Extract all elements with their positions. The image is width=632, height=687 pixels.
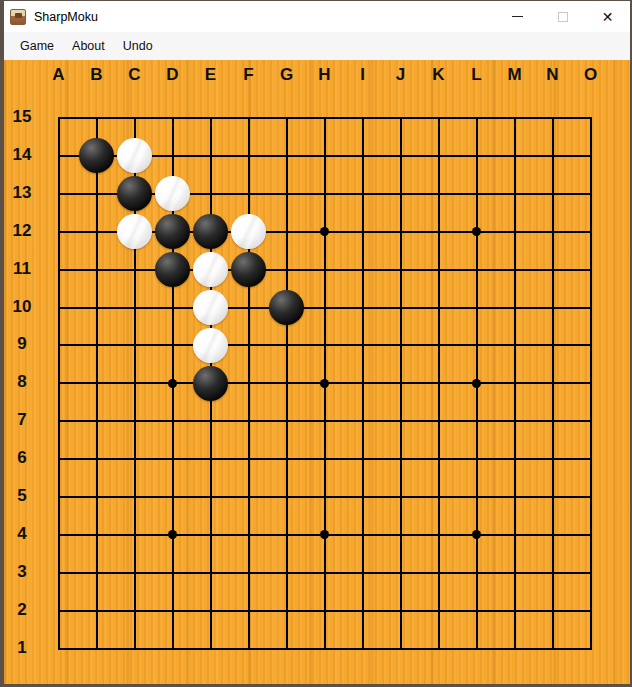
- white-stone-F12: [231, 214, 266, 249]
- intersection-F7[interactable]: [232, 404, 266, 438]
- intersection-E1[interactable]: [194, 632, 228, 666]
- col-label-L: L: [462, 64, 492, 86]
- intersection-G5[interactable]: [270, 480, 304, 514]
- intersection-K1[interactable]: [422, 632, 456, 666]
- intersection-H11[interactable]: [308, 253, 342, 287]
- intersection-B3[interactable]: [80, 556, 114, 590]
- intersection-C1[interactable]: [118, 632, 152, 666]
- intersection-H4[interactable]: [308, 518, 342, 552]
- intersection-G8[interactable]: [270, 366, 304, 400]
- intersection-C11[interactable]: [118, 253, 152, 287]
- intersection-H8[interactable]: [308, 366, 342, 400]
- intersection-N2[interactable]: [536, 594, 570, 628]
- intersection-O9[interactable]: [574, 328, 608, 362]
- intersection-O6[interactable]: [574, 442, 608, 476]
- intersection-E7[interactable]: [194, 404, 228, 438]
- window-title: SharpMoku: [34, 10, 98, 24]
- intersection-G1[interactable]: [270, 632, 304, 666]
- intersection-H10[interactable]: [308, 291, 342, 325]
- intersection-I9[interactable]: [346, 328, 380, 362]
- intersection-N3[interactable]: [536, 556, 570, 590]
- intersection-A3[interactable]: [42, 556, 76, 590]
- minimize-icon: [512, 16, 523, 17]
- row-label-2: 2: [6, 596, 38, 624]
- intersection-D5[interactable]: [156, 480, 190, 514]
- intersection-D1[interactable]: [156, 632, 190, 666]
- row-label-7: 7: [6, 406, 38, 434]
- intersection-N11[interactable]: [536, 253, 570, 287]
- intersection-J12[interactable]: [384, 215, 418, 249]
- col-label-E: E: [196, 64, 226, 86]
- intersection-M2[interactable]: [498, 594, 532, 628]
- intersection-H3[interactable]: [308, 556, 342, 590]
- intersection-K13[interactable]: [422, 177, 456, 211]
- intersection-G14[interactable]: [270, 139, 304, 173]
- black-stone-G10: [269, 290, 304, 325]
- intersection-D14[interactable]: [156, 139, 190, 173]
- intersection-E3[interactable]: [194, 556, 228, 590]
- intersection-D8[interactable]: [156, 366, 190, 400]
- row-label-3: 3: [6, 558, 38, 586]
- intersection-B5[interactable]: [80, 480, 114, 514]
- row-label-11: 11: [6, 255, 38, 283]
- intersection-O11[interactable]: [574, 253, 608, 287]
- black-stone-F11: [231, 252, 266, 287]
- intersection-E14[interactable]: [194, 139, 228, 173]
- intersection-G13[interactable]: [270, 177, 304, 211]
- intersection-D7[interactable]: [156, 404, 190, 438]
- intersection-H7[interactable]: [308, 404, 342, 438]
- menu-item-about[interactable]: About: [63, 34, 114, 58]
- intersection-D4[interactable]: [156, 518, 190, 552]
- intersection-J3[interactable]: [384, 556, 418, 590]
- maximize-button[interactable]: [540, 1, 585, 32]
- intersection-H12[interactable]: [308, 215, 342, 249]
- intersection-C15[interactable]: [118, 101, 152, 135]
- intersection-A9[interactable]: [42, 328, 76, 362]
- intersection-G15[interactable]: [270, 101, 304, 135]
- row-label-5: 5: [6, 482, 38, 510]
- col-label-C: C: [120, 64, 150, 86]
- intersection-N8[interactable]: [536, 366, 570, 400]
- col-label-A: A: [44, 64, 74, 86]
- intersection-D9[interactable]: [156, 328, 190, 362]
- col-label-G: G: [272, 64, 302, 86]
- white-stone-C12: [117, 214, 152, 249]
- intersection-F15[interactable]: [232, 101, 266, 135]
- intersection-E2[interactable]: [194, 594, 228, 628]
- intersection-N14[interactable]: [536, 139, 570, 173]
- intersection-I1[interactable]: [346, 632, 380, 666]
- intersection-F6[interactable]: [232, 442, 266, 476]
- intersection-C9[interactable]: [118, 328, 152, 362]
- intersection-B4[interactable]: [80, 518, 114, 552]
- intersection-M10[interactable]: [498, 291, 532, 325]
- row-label-15: 15: [6, 103, 38, 131]
- app-window: SharpMoku ✕ Game About Undo ABCDEFGHIJKL…: [0, 0, 632, 687]
- title-bar: SharpMoku ✕: [4, 1, 630, 32]
- intersection-J8[interactable]: [384, 366, 418, 400]
- intersection-M9[interactable]: [498, 328, 532, 362]
- intersection-O2[interactable]: [574, 594, 608, 628]
- intersection-N15[interactable]: [536, 101, 570, 135]
- intersection-N9[interactable]: [536, 328, 570, 362]
- intersection-I2[interactable]: [346, 594, 380, 628]
- intersection-A7[interactable]: [42, 404, 76, 438]
- col-label-D: D: [158, 64, 188, 86]
- intersection-N4[interactable]: [536, 518, 570, 552]
- intersection-L1[interactable]: [460, 632, 494, 666]
- close-button[interactable]: ✕: [585, 1, 630, 32]
- intersection-J5[interactable]: [384, 480, 418, 514]
- intersection-H1[interactable]: [308, 632, 342, 666]
- intersection-H9[interactable]: [308, 328, 342, 362]
- intersection-J14[interactable]: [384, 139, 418, 173]
- intersection-A4[interactable]: [42, 518, 76, 552]
- intersection-C8[interactable]: [118, 366, 152, 400]
- intersection-K11[interactable]: [422, 253, 456, 287]
- intersection-C3[interactable]: [118, 556, 152, 590]
- menu-item-undo[interactable]: Undo: [114, 34, 162, 58]
- intersection-G3[interactable]: [270, 556, 304, 590]
- intersection-B9[interactable]: [80, 328, 114, 362]
- intersection-M11[interactable]: [498, 253, 532, 287]
- minimize-button[interactable]: [495, 1, 540, 32]
- row-label-1: 1: [6, 634, 38, 662]
- intersection-H15[interactable]: [308, 101, 342, 135]
- intersection-J13[interactable]: [384, 177, 418, 211]
- row-label-8: 8: [6, 368, 38, 396]
- intersection-I3[interactable]: [346, 556, 380, 590]
- intersection-O3[interactable]: [574, 556, 608, 590]
- intersection-N13[interactable]: [536, 177, 570, 211]
- row-label-12: 12: [6, 217, 38, 245]
- intersection-O13[interactable]: [574, 177, 608, 211]
- col-label-J: J: [386, 64, 416, 86]
- intersection-C7[interactable]: [118, 404, 152, 438]
- intersection-M4[interactable]: [498, 518, 532, 552]
- intersection-M12[interactable]: [498, 215, 532, 249]
- intersection-L10[interactable]: [460, 291, 494, 325]
- intersection-I12[interactable]: [346, 215, 380, 249]
- intersection-A11[interactable]: [42, 253, 76, 287]
- intersection-F13[interactable]: [232, 177, 266, 211]
- intersection-O12[interactable]: [574, 215, 608, 249]
- app-icon: [10, 9, 26, 25]
- intersection-L15[interactable]: [460, 101, 494, 135]
- intersection-O7[interactable]: [574, 404, 608, 438]
- col-label-I: I: [348, 64, 378, 86]
- intersection-I11[interactable]: [346, 253, 380, 287]
- intersection-M3[interactable]: [498, 556, 532, 590]
- intersection-E5[interactable]: [194, 480, 228, 514]
- intersection-F14[interactable]: [232, 139, 266, 173]
- intersection-O1[interactable]: [574, 632, 608, 666]
- intersection-N10[interactable]: [536, 291, 570, 325]
- intersection-L8[interactable]: [460, 366, 494, 400]
- intersection-I13[interactable]: [346, 177, 380, 211]
- intersection-G11[interactable]: [270, 253, 304, 287]
- intersection-A14[interactable]: [42, 139, 76, 173]
- intersection-B1[interactable]: [80, 632, 114, 666]
- intersection-H6[interactable]: [308, 442, 342, 476]
- intersection-I15[interactable]: [346, 101, 380, 135]
- intersection-E15[interactable]: [194, 101, 228, 135]
- intersection-L4[interactable]: [460, 518, 494, 552]
- menu-item-game[interactable]: Game: [11, 34, 63, 58]
- intersection-K6[interactable]: [422, 442, 456, 476]
- intersection-K12[interactable]: [422, 215, 456, 249]
- intersection-B6[interactable]: [80, 442, 114, 476]
- col-label-M: M: [500, 64, 530, 86]
- intersection-L13[interactable]: [460, 177, 494, 211]
- intersection-A15[interactable]: [42, 101, 76, 135]
- row-label-4: 4: [6, 520, 38, 548]
- col-label-F: F: [234, 64, 264, 86]
- gomoku-board[interactable]: ABCDEFGHIJKLMNO151413121110987654321: [4, 60, 630, 687]
- intersection-N1[interactable]: [536, 632, 570, 666]
- intersection-O5[interactable]: [574, 480, 608, 514]
- intersection-K5[interactable]: [422, 480, 456, 514]
- intersection-N6[interactable]: [536, 442, 570, 476]
- intersection-B13[interactable]: [80, 177, 114, 211]
- intersection-K3[interactable]: [422, 556, 456, 590]
- intersection-F1[interactable]: [232, 632, 266, 666]
- intersection-F3[interactable]: [232, 556, 266, 590]
- intersection-L2[interactable]: [460, 594, 494, 628]
- black-stone-D12: [155, 214, 190, 249]
- row-label-9: 9: [6, 330, 38, 358]
- row-label-6: 6: [6, 444, 38, 472]
- intersection-M1[interactable]: [498, 632, 532, 666]
- intersection-N12[interactable]: [536, 215, 570, 249]
- intersection-I5[interactable]: [346, 480, 380, 514]
- intersection-L12[interactable]: [460, 215, 494, 249]
- intersection-M8[interactable]: [498, 366, 532, 400]
- intersection-J15[interactable]: [384, 101, 418, 135]
- intersection-M14[interactable]: [498, 139, 532, 173]
- intersection-H14[interactable]: [308, 139, 342, 173]
- white-stone-E11: [193, 252, 228, 287]
- close-icon: ✕: [602, 10, 614, 24]
- intersection-L9[interactable]: [460, 328, 494, 362]
- intersection-G2[interactable]: [270, 594, 304, 628]
- intersection-J9[interactable]: [384, 328, 418, 362]
- intersection-J11[interactable]: [384, 253, 418, 287]
- intersection-F8[interactable]: [232, 366, 266, 400]
- intersection-B7[interactable]: [80, 404, 114, 438]
- row-label-10: 10: [6, 293, 38, 321]
- intersection-K7[interactable]: [422, 404, 456, 438]
- intersection-E4[interactable]: [194, 518, 228, 552]
- intersection-A6[interactable]: [42, 442, 76, 476]
- intersection-G6[interactable]: [270, 442, 304, 476]
- intersection-H5[interactable]: [308, 480, 342, 514]
- intersection-A10[interactable]: [42, 291, 76, 325]
- intersection-G7[interactable]: [270, 404, 304, 438]
- intersection-C4[interactable]: [118, 518, 152, 552]
- intersection-J1[interactable]: [384, 632, 418, 666]
- intersection-O14[interactable]: [574, 139, 608, 173]
- intersection-D15[interactable]: [156, 101, 190, 135]
- row-label-14: 14: [6, 141, 38, 169]
- intersection-J7[interactable]: [384, 404, 418, 438]
- intersection-I14[interactable]: [346, 139, 380, 173]
- intersection-J2[interactable]: [384, 594, 418, 628]
- intersection-O10[interactable]: [574, 291, 608, 325]
- white-stone-E10: [193, 290, 228, 325]
- intersection-L11[interactable]: [460, 253, 494, 287]
- intersection-G4[interactable]: [270, 518, 304, 552]
- intersection-K4[interactable]: [422, 518, 456, 552]
- intersection-M5[interactable]: [498, 480, 532, 514]
- intersection-B11[interactable]: [80, 253, 114, 287]
- col-label-K: K: [424, 64, 454, 86]
- intersection-K2[interactable]: [422, 594, 456, 628]
- intersection-A5[interactable]: [42, 480, 76, 514]
- intersection-F5[interactable]: [232, 480, 266, 514]
- window-controls: ✕: [495, 1, 630, 32]
- intersection-E13[interactable]: [194, 177, 228, 211]
- white-stone-E9: [193, 328, 228, 363]
- intersection-M15[interactable]: [498, 101, 532, 135]
- intersection-H2[interactable]: [308, 594, 342, 628]
- intersection-A2[interactable]: [42, 594, 76, 628]
- intersection-J10[interactable]: [384, 291, 418, 325]
- intersection-H13[interactable]: [308, 177, 342, 211]
- col-label-O: O: [576, 64, 606, 86]
- col-label-N: N: [538, 64, 568, 86]
- intersection-O15[interactable]: [574, 101, 608, 135]
- intersection-M6[interactable]: [498, 442, 532, 476]
- intersection-F10[interactable]: [232, 291, 266, 325]
- intersection-C5[interactable]: [118, 480, 152, 514]
- intersection-J4[interactable]: [384, 518, 418, 552]
- menu-bar: Game About Undo: [4, 32, 630, 60]
- intersection-F9[interactable]: [232, 328, 266, 362]
- intersection-C6[interactable]: [118, 442, 152, 476]
- intersection-I7[interactable]: [346, 404, 380, 438]
- black-stone-D11: [155, 252, 190, 287]
- col-label-H: H: [310, 64, 340, 86]
- intersection-L3[interactable]: [460, 556, 494, 590]
- intersection-I6[interactable]: [346, 442, 380, 476]
- intersection-L7[interactable]: [460, 404, 494, 438]
- intersection-J6[interactable]: [384, 442, 418, 476]
- intersection-O4[interactable]: [574, 518, 608, 552]
- intersection-B15[interactable]: [80, 101, 114, 135]
- intersection-A12[interactable]: [42, 215, 76, 249]
- intersection-B10[interactable]: [80, 291, 114, 325]
- intersection-D3[interactable]: [156, 556, 190, 590]
- intersection-C2[interactable]: [118, 594, 152, 628]
- intersection-K15[interactable]: [422, 101, 456, 135]
- intersection-O8[interactable]: [574, 366, 608, 400]
- intersection-N5[interactable]: [536, 480, 570, 514]
- intersection-A1[interactable]: [42, 632, 76, 666]
- intersection-K9[interactable]: [422, 328, 456, 362]
- intersection-M13[interactable]: [498, 177, 532, 211]
- black-stone-E8: [193, 366, 228, 401]
- intersection-G9[interactable]: [270, 328, 304, 362]
- intersection-M7[interactable]: [498, 404, 532, 438]
- intersection-K8[interactable]: [422, 366, 456, 400]
- intersection-D2[interactable]: [156, 594, 190, 628]
- intersection-G12[interactable]: [270, 215, 304, 249]
- intersection-I8[interactable]: [346, 366, 380, 400]
- intersection-C10[interactable]: [118, 291, 152, 325]
- intersection-D6[interactable]: [156, 442, 190, 476]
- intersection-K10[interactable]: [422, 291, 456, 325]
- intersection-A8[interactable]: [42, 366, 76, 400]
- maximize-icon: [558, 12, 568, 22]
- intersection-K14[interactable]: [422, 139, 456, 173]
- intersection-B8[interactable]: [80, 366, 114, 400]
- intersection-L6[interactable]: [460, 442, 494, 476]
- intersection-A13[interactable]: [42, 177, 76, 211]
- black-stone-E12: [193, 214, 228, 249]
- intersection-B2[interactable]: [80, 594, 114, 628]
- intersection-L14[interactable]: [460, 139, 494, 173]
- intersection-F4[interactable]: [232, 518, 266, 552]
- intersection-I4[interactable]: [346, 518, 380, 552]
- col-label-B: B: [82, 64, 112, 86]
- intersection-D10[interactable]: [156, 291, 190, 325]
- intersection-F2[interactable]: [232, 594, 266, 628]
- intersection-L5[interactable]: [460, 480, 494, 514]
- intersection-E6[interactable]: [194, 442, 228, 476]
- intersection-N7[interactable]: [536, 404, 570, 438]
- intersection-I10[interactable]: [346, 291, 380, 325]
- intersection-B12[interactable]: [80, 215, 114, 249]
- row-label-13: 13: [6, 179, 38, 207]
